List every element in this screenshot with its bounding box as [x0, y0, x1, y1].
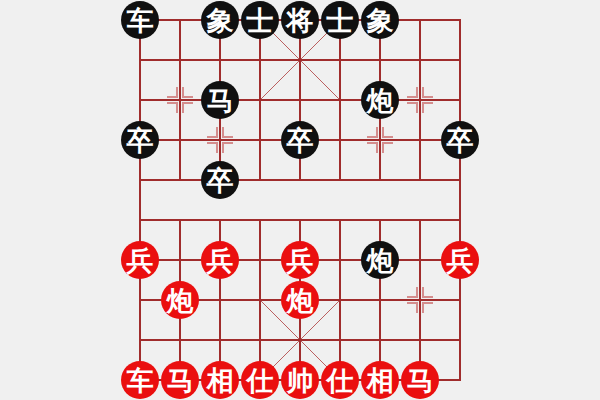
piece-black-horse[interactable]: 马 — [201, 81, 239, 119]
piece-red-elephant[interactable]: 相 — [201, 361, 239, 399]
piece-black-advisor[interactable]: 士 — [321, 1, 359, 39]
piece-red-soldier[interactable]: 兵 — [121, 241, 159, 279]
piece-black-advisor[interactable]: 士 — [241, 1, 279, 39]
grid-line-vertical — [339, 19, 341, 181]
piece-black-soldier[interactable]: 卒 — [441, 121, 479, 159]
piece-red-soldier[interactable]: 兵 — [201, 241, 239, 279]
star-point-mark — [367, 127, 393, 153]
grid-line-vertical — [339, 219, 341, 381]
piece-red-advisor[interactable]: 仕 — [321, 361, 359, 399]
grid-line-vertical — [459, 19, 461, 381]
piece-red-cannon[interactable]: 炮 — [281, 281, 319, 319]
piece-red-king[interactable]: 帅 — [281, 361, 319, 399]
xiangqi-board[interactable]: 车象士将士象马炮卒卒卒卒炮兵兵兵兵炮炮车马相仕帅仕相马 — [140, 20, 460, 380]
xiangqi-app-stage: 车象士将士象马炮卒卒卒卒炮兵兵兵兵炮炮车马相仕帅仕相马 — [0, 0, 600, 400]
piece-black-rook[interactable]: 车 — [121, 1, 159, 39]
piece-red-rook[interactable]: 车 — [121, 361, 159, 399]
piece-red-cannon[interactable]: 炮 — [161, 281, 199, 319]
star-point-mark — [407, 87, 433, 113]
piece-red-advisor[interactable]: 仕 — [241, 361, 279, 399]
piece-red-soldier[interactable]: 兵 — [441, 241, 479, 279]
piece-black-elephant[interactable]: 象 — [201, 1, 239, 39]
star-point-mark — [167, 87, 193, 113]
grid-line-vertical — [139, 19, 141, 381]
grid-line-vertical — [259, 19, 261, 181]
piece-red-horse[interactable]: 马 — [161, 361, 199, 399]
piece-red-horse[interactable]: 马 — [401, 361, 439, 399]
piece-black-king[interactable]: 将 — [281, 1, 319, 39]
piece-black-cannon[interactable]: 炮 — [361, 81, 399, 119]
star-point-mark — [207, 127, 233, 153]
piece-black-soldier[interactable]: 卒 — [121, 121, 159, 159]
piece-black-cannon[interactable]: 炮 — [361, 241, 399, 279]
piece-red-elephant[interactable]: 相 — [361, 361, 399, 399]
piece-black-soldier[interactable]: 卒 — [281, 121, 319, 159]
piece-black-soldier[interactable]: 卒 — [201, 161, 239, 199]
grid-line-vertical — [259, 219, 261, 381]
piece-red-soldier[interactable]: 兵 — [281, 241, 319, 279]
piece-black-elephant[interactable]: 象 — [361, 1, 399, 39]
star-point-mark — [407, 287, 433, 313]
